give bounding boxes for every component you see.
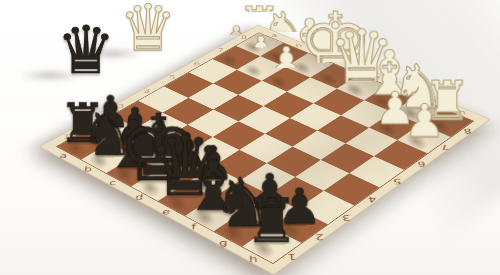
piece-white-rook-h8: ♜: [392, 27, 500, 123]
extra-white-queen-shadow: [70, 48, 155, 59]
board-mat: ♜♞♝♚♛♝♞♜♟♟♟♟♟♟♟♟♟♟♟♟♜♞♝♚♛♝♞♜ aabbccddeef…: [39, 25, 491, 275]
extra-black-queen-shadow: [8, 70, 93, 81]
square-h8: ♜: [421, 109, 473, 137]
chess-board: ♜♞♝♚♛♝♞♜♟♟♟♟♟♟♟♟♟♟♟♟♜♞♝♚♛♝♞♜: [56, 33, 474, 265]
piece-white-queen-e8: ♛: [309, 0, 414, 87]
piece-cast-shadow: [99, 157, 150, 191]
chess-set-product-photo: ♜♞♝♚♛♝♞♜♟♟♟♟♟♟♟♟♟♟♟♟♜♞♝♚♛♝♞♜ aabbccddeef…: [0, 0, 500, 275]
piece-black-pawn-a2: ♟: [57, 35, 165, 130]
extra-black-queen: ♛: [26, 27, 146, 76]
piece-white-rook-a8: ♜: [210, 0, 309, 44]
piece-cast-shadow: [74, 144, 124, 177]
extra-white-queen: ♛: [88, 7, 208, 54]
square-e8: ♛: [337, 75, 387, 101]
